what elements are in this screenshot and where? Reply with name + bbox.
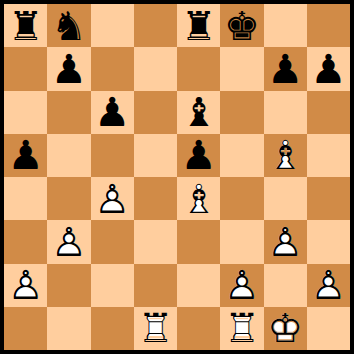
piece-white-bishop[interactable]: ♝♗ [264, 134, 307, 177]
square-c6[interactable]: ♟ [91, 91, 134, 134]
square-a4[interactable] [4, 177, 47, 220]
square-c7[interactable] [91, 47, 134, 90]
square-d8[interactable] [134, 4, 177, 47]
square-g3[interactable]: ♟♙ [264, 220, 307, 263]
square-a5[interactable]: ♟ [4, 134, 47, 177]
piece-white-pawn[interactable]: ♟♙ [220, 264, 263, 307]
piece-white-bishop[interactable]: ♝♗ [177, 177, 220, 220]
square-e2[interactable] [177, 264, 220, 307]
square-h5[interactable] [307, 134, 350, 177]
white-pawn-outline-icon: ♙ [307, 264, 350, 307]
square-e5[interactable]: ♟ [177, 134, 220, 177]
square-g7[interactable]: ♟ [264, 47, 307, 90]
piece-white-pawn[interactable]: ♟♙ [307, 264, 350, 307]
square-c4[interactable]: ♟♙ [91, 177, 134, 220]
black-pawn-icon: ♟ [91, 91, 134, 134]
square-a8[interactable]: ♜ [4, 4, 47, 47]
square-f7[interactable] [220, 47, 263, 90]
square-a6[interactable] [4, 91, 47, 134]
square-c3[interactable] [91, 220, 134, 263]
square-e7[interactable] [177, 47, 220, 90]
square-g6[interactable] [264, 91, 307, 134]
white-pawn-outline-icon: ♙ [4, 264, 47, 307]
black-pawn-icon: ♟ [47, 47, 90, 90]
piece-white-rook[interactable]: ♜♖ [134, 307, 177, 350]
square-h3[interactable] [307, 220, 350, 263]
square-f3[interactable] [220, 220, 263, 263]
piece-black-rook[interactable]: ♜ [177, 4, 220, 47]
square-d6[interactable] [134, 91, 177, 134]
black-pawn-icon: ♟ [4, 134, 47, 177]
square-d4[interactable] [134, 177, 177, 220]
piece-black-rook[interactable]: ♜ [4, 4, 47, 47]
white-bishop-outline-icon: ♗ [177, 177, 220, 220]
black-pawn-icon: ♟ [177, 134, 220, 177]
piece-black-pawn[interactable]: ♟ [47, 47, 90, 90]
white-pawn-outline-icon: ♙ [264, 220, 307, 263]
black-rook-icon: ♜ [177, 4, 220, 47]
square-f5[interactable] [220, 134, 263, 177]
piece-white-pawn[interactable]: ♟♙ [264, 220, 307, 263]
piece-black-pawn[interactable]: ♟ [307, 47, 350, 90]
square-d5[interactable] [134, 134, 177, 177]
piece-white-pawn[interactable]: ♟♙ [4, 264, 47, 307]
square-f4[interactable] [220, 177, 263, 220]
square-g4[interactable] [264, 177, 307, 220]
black-rook-icon: ♜ [4, 4, 47, 47]
black-knight-icon: ♞ [47, 4, 90, 47]
square-b7[interactable]: ♟ [47, 47, 90, 90]
square-b2[interactable] [47, 264, 90, 307]
square-b3[interactable]: ♟♙ [47, 220, 90, 263]
square-g2[interactable] [264, 264, 307, 307]
piece-white-pawn[interactable]: ♟♙ [47, 220, 90, 263]
piece-white-pawn[interactable]: ♟♙ [91, 177, 134, 220]
chess-board: ♜♞♜♚♟♟♟♟♝♟♟♝♗♟♙♝♗♟♙♟♙♟♙♟♙♟♙♜♖♜♖♚♔ [0, 0, 354, 354]
square-h4[interactable] [307, 177, 350, 220]
square-f2[interactable]: ♟♙ [220, 264, 263, 307]
square-a3[interactable] [4, 220, 47, 263]
black-pawn-icon: ♟ [307, 47, 350, 90]
square-c1[interactable] [91, 307, 134, 350]
piece-black-knight[interactable]: ♞ [47, 4, 90, 47]
white-pawn-outline-icon: ♙ [91, 177, 134, 220]
square-a1[interactable] [4, 307, 47, 350]
square-h6[interactable] [307, 91, 350, 134]
square-g5[interactable]: ♝♗ [264, 134, 307, 177]
black-king-icon: ♚ [220, 4, 263, 47]
square-h1[interactable] [307, 307, 350, 350]
square-g8[interactable] [264, 4, 307, 47]
square-e3[interactable] [177, 220, 220, 263]
white-king-outline-icon: ♔ [264, 307, 307, 350]
piece-white-rook[interactable]: ♜♖ [220, 307, 263, 350]
square-h8[interactable] [307, 4, 350, 47]
white-pawn-outline-icon: ♙ [47, 220, 90, 263]
square-b5[interactable] [47, 134, 90, 177]
square-g1[interactable]: ♚♔ [264, 307, 307, 350]
square-e8[interactable]: ♜ [177, 4, 220, 47]
piece-white-king[interactable]: ♚♔ [264, 307, 307, 350]
square-e4[interactable]: ♝♗ [177, 177, 220, 220]
square-b6[interactable] [47, 91, 90, 134]
square-a7[interactable] [4, 47, 47, 90]
piece-black-pawn[interactable]: ♟ [177, 134, 220, 177]
black-bishop-icon: ♝ [177, 91, 220, 134]
chess-board-window: ♜♞♜♚♟♟♟♟♝♟♟♝♗♟♙♝♗♟♙♟♙♟♙♟♙♟♙♜♖♜♖♚♔ [0, 0, 354, 354]
piece-black-king[interactable]: ♚ [220, 4, 263, 47]
white-bishop-outline-icon: ♗ [264, 134, 307, 177]
square-f6[interactable] [220, 91, 263, 134]
black-pawn-icon: ♟ [264, 47, 307, 90]
white-pawn-outline-icon: ♙ [220, 264, 263, 307]
square-h2[interactable]: ♟♙ [307, 264, 350, 307]
square-d2[interactable] [134, 264, 177, 307]
square-h7[interactable]: ♟ [307, 47, 350, 90]
square-f1[interactable]: ♜♖ [220, 307, 263, 350]
piece-black-pawn[interactable]: ♟ [91, 91, 134, 134]
square-f8[interactable]: ♚ [220, 4, 263, 47]
square-d1[interactable]: ♜♖ [134, 307, 177, 350]
square-e1[interactable] [177, 307, 220, 350]
square-b4[interactable] [47, 177, 90, 220]
square-b1[interactable] [47, 307, 90, 350]
white-rook-outline-icon: ♖ [220, 307, 263, 350]
white-rook-outline-icon: ♖ [134, 307, 177, 350]
square-c8[interactable] [91, 4, 134, 47]
square-d3[interactable] [134, 220, 177, 263]
piece-black-bishop[interactable]: ♝ [177, 91, 220, 134]
square-c2[interactable] [91, 264, 134, 307]
square-d7[interactable] [134, 47, 177, 90]
piece-black-pawn[interactable]: ♟ [264, 47, 307, 90]
piece-black-pawn[interactable]: ♟ [4, 134, 47, 177]
square-a2[interactable]: ♟♙ [4, 264, 47, 307]
square-b8[interactable]: ♞ [47, 4, 90, 47]
square-e6[interactable]: ♝ [177, 91, 220, 134]
square-c5[interactable] [91, 134, 134, 177]
